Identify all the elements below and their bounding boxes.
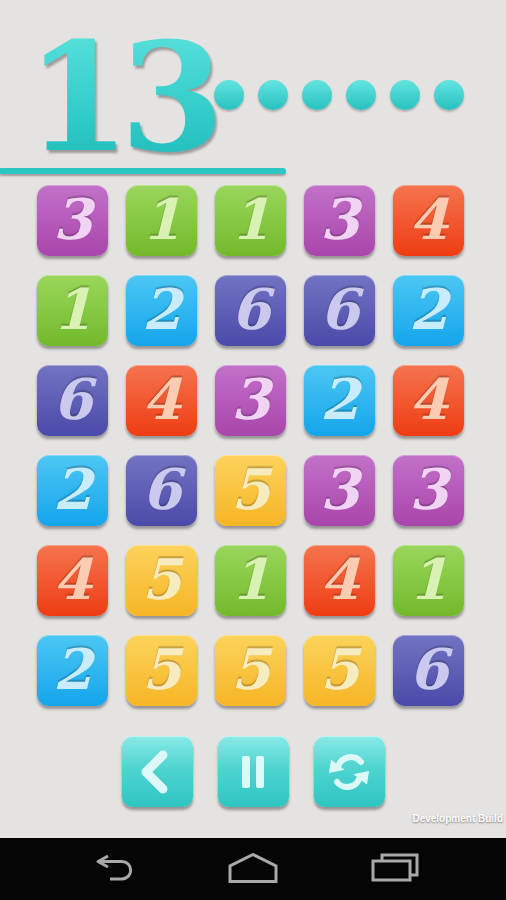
development-build-watermark: Development Build bbox=[412, 813, 503, 824]
tile-grid: 311341266264324265334514125556 bbox=[37, 185, 464, 706]
tile-r1c1-value-3[interactable]: 3 bbox=[37, 185, 108, 256]
score-value: 13 bbox=[26, 22, 215, 172]
tile-r2c5-value-2[interactable]: 2 bbox=[393, 275, 464, 346]
restart-icon bbox=[322, 745, 376, 799]
tile-r2c3-value-6[interactable]: 6 bbox=[215, 275, 286, 346]
tile-r1c4-value-3[interactable]: 3 bbox=[304, 185, 375, 256]
tile-r6c4-value-5[interactable]: 5 bbox=[304, 635, 375, 706]
tile-r1c3-value-1[interactable]: 1 bbox=[215, 185, 286, 256]
tile-r1c5-value-4[interactable]: 4 bbox=[393, 185, 464, 256]
android-navbar bbox=[0, 838, 506, 900]
progress-dot-3 bbox=[302, 80, 332, 110]
tile-r6c2-value-5[interactable]: 5 bbox=[126, 635, 197, 706]
tile-r6c1-value-2[interactable]: 2 bbox=[37, 635, 108, 706]
tile-r5c4-value-4[interactable]: 4 bbox=[304, 545, 375, 616]
tile-r3c4-value-2[interactable]: 2 bbox=[304, 365, 375, 436]
nav-recents-button[interactable] bbox=[370, 854, 420, 884]
back-chevron-icon bbox=[130, 745, 184, 799]
progress-dot-6 bbox=[434, 80, 464, 110]
nav-home-icon bbox=[227, 853, 279, 886]
progress-dots bbox=[214, 80, 464, 110]
tile-r4c1-value-2[interactable]: 2 bbox=[37, 455, 108, 526]
nav-back-icon bbox=[86, 854, 136, 884]
tile-r4c5-value-3[interactable]: 3 bbox=[393, 455, 464, 526]
tile-r3c3-value-3[interactable]: 3 bbox=[215, 365, 286, 436]
progress-dot-1 bbox=[214, 80, 244, 110]
score-underline bbox=[0, 168, 286, 174]
tile-r5c3-value-1[interactable]: 1 bbox=[215, 545, 286, 616]
nav-recents-icon bbox=[371, 853, 419, 885]
tile-r4c3-value-5[interactable]: 5 bbox=[215, 455, 286, 526]
nav-home-button[interactable] bbox=[228, 854, 278, 884]
tile-r3c1-value-6[interactable]: 6 bbox=[37, 365, 108, 436]
tile-r2c2-value-2[interactable]: 2 bbox=[126, 275, 197, 346]
tile-r3c2-value-4[interactable]: 4 bbox=[126, 365, 197, 436]
nav-back-button[interactable] bbox=[86, 854, 136, 884]
tile-r1c2-value-1[interactable]: 1 bbox=[126, 185, 197, 256]
tile-r3c5-value-4[interactable]: 4 bbox=[393, 365, 464, 436]
tile-r4c2-value-6[interactable]: 6 bbox=[126, 455, 197, 526]
tile-r4c4-value-3[interactable]: 3 bbox=[304, 455, 375, 526]
tile-r2c1-value-1[interactable]: 1 bbox=[37, 275, 108, 346]
progress-dot-2 bbox=[258, 80, 288, 110]
control-bar bbox=[0, 736, 506, 807]
back-button[interactable] bbox=[122, 736, 193, 807]
tile-r6c3-value-5[interactable]: 5 bbox=[215, 635, 286, 706]
tile-r2c4-value-6[interactable]: 6 bbox=[304, 275, 375, 346]
tile-r5c1-value-4[interactable]: 4 bbox=[37, 545, 108, 616]
restart-button[interactable] bbox=[314, 736, 385, 807]
tile-r5c2-value-5[interactable]: 5 bbox=[126, 545, 197, 616]
tile-r5c5-value-1[interactable]: 1 bbox=[393, 545, 464, 616]
progress-dot-4 bbox=[346, 80, 376, 110]
pause-icon bbox=[226, 745, 280, 799]
progress-dot-5 bbox=[390, 80, 420, 110]
pause-button[interactable] bbox=[218, 736, 289, 807]
tile-r6c5-value-6[interactable]: 6 bbox=[393, 635, 464, 706]
